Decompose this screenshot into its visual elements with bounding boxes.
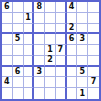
- cell-r6c5[interactable]: 2: [45, 56, 56, 67]
- cell-r8c8[interactable]: [77, 77, 88, 88]
- cell-r4c4[interactable]: [34, 34, 45, 45]
- cell-r2c5[interactable]: [45, 13, 56, 24]
- cell-r2c6[interactable]: [56, 13, 67, 24]
- cell-r8c6[interactable]: [56, 77, 67, 88]
- cell-r7c1[interactable]: [2, 67, 13, 78]
- cell-r5c1[interactable]: [2, 45, 13, 56]
- cell-r1c4[interactable]: 8: [34, 2, 45, 13]
- cell-r6c3[interactable]: [24, 56, 35, 67]
- cell-r7c5[interactable]: [45, 67, 56, 78]
- cell-r7c6[interactable]: [56, 67, 67, 78]
- cell-r6c6[interactable]: [56, 56, 67, 67]
- cell-r9c5[interactable]: [45, 88, 56, 99]
- cell-r2c8[interactable]: [77, 13, 88, 24]
- cell-r7c3[interactable]: [24, 67, 35, 78]
- cell-r4c9[interactable]: [88, 34, 99, 45]
- cell-r1c5[interactable]: [45, 2, 56, 13]
- cell-r6c2[interactable]: [13, 56, 24, 67]
- cell-r2c9[interactable]: [88, 13, 99, 24]
- cell-r4c2[interactable]: 5: [13, 34, 24, 45]
- cell-r9c1[interactable]: [2, 88, 13, 99]
- cell-r2c1[interactable]: [2, 13, 13, 24]
- cell-r3c6[interactable]: [56, 24, 67, 35]
- cell-r7c9[interactable]: [88, 67, 99, 78]
- cell-r1c2[interactable]: [13, 2, 24, 13]
- cell-r8c5[interactable]: [45, 77, 56, 88]
- cell-r5c9[interactable]: [88, 45, 99, 56]
- cell-r1c6[interactable]: [56, 2, 67, 13]
- cell-r6c9[interactable]: [88, 56, 99, 67]
- cell-r4c6[interactable]: [56, 34, 67, 45]
- cell-r3c1[interactable]: [2, 24, 13, 35]
- cell-r1c9[interactable]: [88, 2, 99, 13]
- cell-r9c9[interactable]: [88, 88, 99, 99]
- cell-r2c7[interactable]: [67, 13, 78, 24]
- cell-r9c7[interactable]: [67, 88, 78, 99]
- cell-r8c4[interactable]: [34, 77, 45, 88]
- cell-r2c3[interactable]: 1: [24, 13, 35, 24]
- cell-r4c5[interactable]: [45, 34, 56, 45]
- cell-r3c9[interactable]: [88, 24, 99, 35]
- cell-r4c8[interactable]: 3: [77, 34, 88, 45]
- cell-r4c3[interactable]: [24, 34, 35, 45]
- cell-r3c7[interactable]: 2: [67, 24, 78, 35]
- cell-r9c6[interactable]: [56, 88, 67, 99]
- cell-r3c5[interactable]: [45, 24, 56, 35]
- cell-r1c3[interactable]: [24, 2, 35, 13]
- cell-r9c3[interactable]: [24, 88, 35, 99]
- cell-r7c2[interactable]: 6: [13, 67, 24, 78]
- cell-r4c1[interactable]: [2, 34, 13, 45]
- cell-r1c1[interactable]: 6: [2, 2, 13, 13]
- cell-r8c7[interactable]: [67, 77, 78, 88]
- cell-r4c7[interactable]: 6: [67, 34, 78, 45]
- cell-r5c2[interactable]: [13, 45, 24, 56]
- cell-r5c3[interactable]: [24, 45, 35, 56]
- sudoku-board: 68412563172635471: [0, 0, 101, 101]
- cell-r1c7[interactable]: 4: [67, 2, 78, 13]
- cell-r8c9[interactable]: 7: [88, 77, 99, 88]
- cell-r6c1[interactable]: [2, 56, 13, 67]
- cell-r5c5[interactable]: 1: [45, 45, 56, 56]
- cell-r8c1[interactable]: 4: [2, 77, 13, 88]
- cell-r8c3[interactable]: [24, 77, 35, 88]
- cell-r6c8[interactable]: [77, 56, 88, 67]
- cell-r5c6[interactable]: 7: [56, 45, 67, 56]
- cell-r5c4[interactable]: [34, 45, 45, 56]
- cell-r3c3[interactable]: [24, 24, 35, 35]
- cell-r2c2[interactable]: [13, 13, 24, 24]
- cell-r7c4[interactable]: 3: [34, 67, 45, 78]
- cell-r7c7[interactable]: [67, 67, 78, 78]
- cell-r3c8[interactable]: [77, 24, 88, 35]
- sudoku-puzzle: 68412563172635471: [0, 0, 101, 101]
- cell-r2c4[interactable]: [34, 13, 45, 24]
- cell-r5c7[interactable]: [67, 45, 78, 56]
- cell-r1c8[interactable]: [77, 2, 88, 13]
- cell-r6c4[interactable]: [34, 56, 45, 67]
- cell-r9c2[interactable]: [13, 88, 24, 99]
- cell-r5c8[interactable]: [77, 45, 88, 56]
- cell-r3c2[interactable]: [13, 24, 24, 35]
- cell-r9c8[interactable]: 1: [77, 88, 88, 99]
- cell-r8c2[interactable]: [13, 77, 24, 88]
- cell-r3c4[interactable]: [34, 24, 45, 35]
- cell-r6c7[interactable]: [67, 56, 78, 67]
- cell-r9c4[interactable]: [34, 88, 45, 99]
- cell-r7c8[interactable]: 5: [77, 67, 88, 78]
